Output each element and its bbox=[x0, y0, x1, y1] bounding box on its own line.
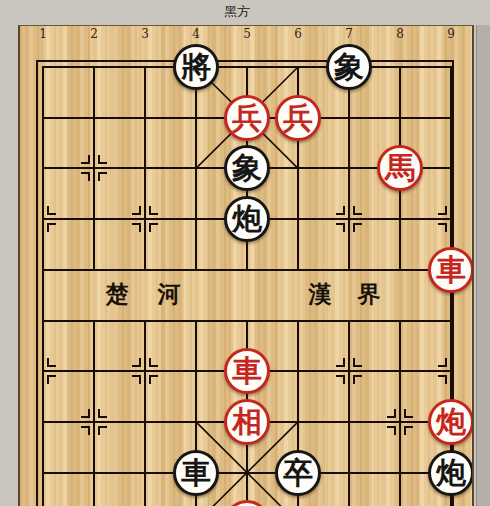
river-label: 界 bbox=[358, 282, 381, 306]
river-label: 漢 bbox=[309, 282, 332, 306]
star-point-marker bbox=[98, 172, 107, 181]
star-point-marker bbox=[98, 426, 107, 435]
star-point-marker bbox=[387, 409, 396, 418]
star-point-marker bbox=[404, 426, 413, 435]
piece-red[interactable]: 車 bbox=[224, 348, 270, 394]
piece-black[interactable]: 車 bbox=[173, 450, 219, 496]
star-point-marker bbox=[47, 375, 56, 384]
star-point-marker bbox=[336, 206, 345, 215]
star-point-marker bbox=[438, 375, 447, 384]
grid-line bbox=[348, 66, 350, 271]
star-point-marker bbox=[132, 358, 141, 367]
piece-red[interactable]: 炮 bbox=[428, 399, 474, 445]
star-point-marker bbox=[81, 426, 90, 435]
column-label: 8 bbox=[396, 28, 404, 41]
star-point-marker bbox=[47, 223, 56, 232]
star-point-marker bbox=[336, 375, 345, 384]
grid-line bbox=[93, 320, 95, 506]
star-point-marker bbox=[438, 223, 447, 232]
river-label: 楚 bbox=[106, 282, 129, 306]
star-point-marker bbox=[336, 223, 345, 232]
star-point-marker bbox=[149, 358, 158, 367]
piece-red[interactable]: 兵 bbox=[275, 95, 321, 141]
star-point-marker bbox=[47, 206, 56, 215]
grid-line bbox=[93, 66, 95, 271]
grid-line bbox=[144, 320, 146, 506]
star-point-marker bbox=[149, 206, 158, 215]
star-point-marker bbox=[387, 426, 396, 435]
column-label: 7 bbox=[345, 28, 353, 41]
window-edge-strip bbox=[476, 25, 490, 506]
piece-red[interactable]: 相 bbox=[224, 399, 270, 445]
star-point-marker bbox=[353, 223, 362, 232]
star-point-marker bbox=[438, 358, 447, 367]
column-label: 5 bbox=[243, 28, 251, 41]
star-point-marker bbox=[336, 358, 345, 367]
black-side-label: 黑方 bbox=[224, 3, 250, 21]
piece-red[interactable]: 兵 bbox=[224, 95, 270, 141]
grid-line bbox=[399, 320, 401, 506]
river-label: 河 bbox=[158, 282, 181, 306]
star-point-marker bbox=[438, 206, 447, 215]
column-label: 4 bbox=[192, 28, 200, 41]
star-point-marker bbox=[132, 375, 141, 384]
piece-black[interactable]: 象 bbox=[224, 145, 270, 191]
star-point-marker bbox=[81, 155, 90, 164]
star-point-marker bbox=[47, 358, 56, 367]
grid-line bbox=[42, 66, 44, 506]
star-point-marker bbox=[132, 206, 141, 215]
grid-line bbox=[144, 66, 146, 271]
grid-line bbox=[195, 66, 197, 271]
star-point-marker bbox=[98, 155, 107, 164]
column-label: 1 bbox=[39, 28, 47, 41]
star-point-marker bbox=[404, 409, 413, 418]
star-point-marker bbox=[149, 223, 158, 232]
star-point-marker bbox=[353, 358, 362, 367]
star-point-marker bbox=[81, 409, 90, 418]
game-window: 黑方 123456789 楚河漢界 將象兵兵象馬炮車車相炮車卒炮帥 bbox=[0, 0, 490, 506]
star-point-marker bbox=[98, 409, 107, 418]
star-point-marker bbox=[353, 206, 362, 215]
piece-black[interactable]: 炮 bbox=[428, 450, 474, 496]
xiangqi-board[interactable]: 123456789 楚河漢界 將象兵兵象馬炮車車相炮車卒炮帥 bbox=[18, 25, 474, 506]
star-point-marker bbox=[132, 223, 141, 232]
column-label: 3 bbox=[141, 28, 149, 41]
piece-black[interactable]: 炮 bbox=[224, 196, 270, 242]
column-label: 2 bbox=[90, 28, 98, 41]
piece-red[interactable]: 馬 bbox=[377, 145, 423, 191]
star-point-marker bbox=[353, 375, 362, 384]
star-point-marker bbox=[81, 172, 90, 181]
column-label: 9 bbox=[447, 28, 455, 41]
piece-red[interactable]: 車 bbox=[428, 247, 474, 293]
column-label: 6 bbox=[294, 28, 302, 41]
piece-black[interactable]: 卒 bbox=[275, 450, 321, 496]
grid-line bbox=[348, 320, 350, 506]
star-point-marker bbox=[149, 375, 158, 384]
piece-black[interactable]: 象 bbox=[326, 44, 372, 90]
piece-black[interactable]: 將 bbox=[173, 44, 219, 90]
